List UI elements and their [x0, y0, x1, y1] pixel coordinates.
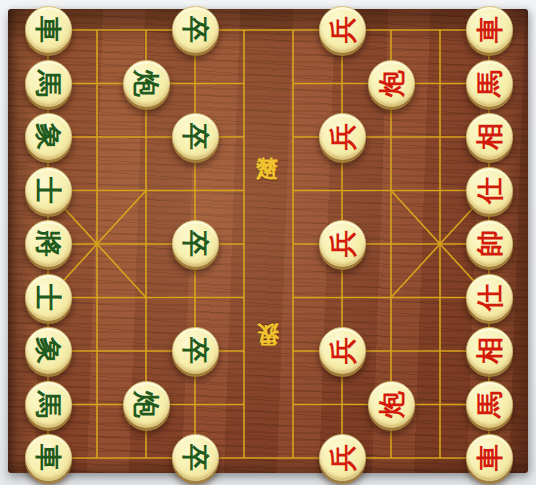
piece-glyph: 士 — [35, 177, 62, 204]
piece-glyph: 炮 — [378, 70, 405, 97]
piece-glyph: 卒 — [182, 230, 209, 257]
piece-red-soldier[interactable]: 兵 — [319, 434, 366, 481]
piece-red-horse[interactable]: 馬 — [466, 381, 513, 428]
piece-glyph: 卒 — [182, 444, 209, 471]
piece-red-soldier[interactable]: 兵 — [319, 327, 366, 374]
piece-black-chariot[interactable]: 車 — [25, 434, 72, 481]
piece-glyph: 兵 — [329, 16, 356, 43]
piece-red-elephant[interactable]: 相 — [466, 113, 513, 160]
piece-glyph: 馬 — [476, 70, 503, 97]
piece-black-soldier[interactable]: 卒 — [172, 327, 219, 374]
piece-glyph: 兵 — [329, 444, 356, 471]
piece-glyph: 車 — [35, 444, 62, 471]
piece-red-elephant[interactable]: 相 — [466, 327, 513, 374]
piece-glyph: 象 — [35, 123, 62, 150]
piece-glyph: 兵 — [329, 337, 356, 364]
piece-glyph: 馬 — [35, 391, 62, 418]
piece-black-soldier[interactable]: 卒 — [172, 220, 219, 267]
piece-red-soldier[interactable]: 兵 — [319, 113, 366, 160]
piece-red-cannon[interactable]: 炮 — [368, 60, 415, 107]
piece-glyph: 卒 — [182, 123, 209, 150]
piece-red-chariot[interactable]: 車 — [466, 434, 513, 481]
piece-black-general[interactable]: 將 — [25, 220, 72, 267]
piece-glyph: 相 — [476, 337, 503, 364]
piece-black-elephant[interactable]: 象 — [25, 327, 72, 374]
piece-glyph: 車 — [35, 16, 62, 43]
piece-glyph: 卒 — [182, 16, 209, 43]
piece-glyph: 車 — [476, 444, 503, 471]
pieces-layer: 車馬象士將士象馬車炮炮卒卒卒卒卒兵兵兵兵兵炮炮車馬相仕帥仕相馬車 — [24, 3, 514, 485]
piece-glyph: 相 — [476, 123, 503, 150]
piece-red-soldier[interactable]: 兵 — [319, 6, 366, 53]
piece-glyph: 車 — [476, 16, 503, 43]
piece-red-soldier[interactable]: 兵 — [319, 220, 366, 267]
piece-glyph: 卒 — [182, 337, 209, 364]
piece-red-general[interactable]: 帥 — [466, 220, 513, 267]
piece-glyph: 帥 — [476, 230, 503, 257]
piece-black-cannon[interactable]: 炮 — [123, 381, 170, 428]
piece-red-chariot[interactable]: 車 — [466, 6, 513, 53]
piece-glyph: 將 — [35, 230, 62, 257]
piece-glyph: 炮 — [133, 70, 160, 97]
piece-black-cannon[interactable]: 炮 — [123, 60, 170, 107]
piece-glyph: 士 — [35, 284, 62, 311]
piece-black-horse[interactable]: 馬 — [25, 381, 72, 428]
piece-red-advisor[interactable]: 仕 — [466, 167, 513, 214]
piece-black-elephant[interactable]: 象 — [25, 113, 72, 160]
page-background: 楚河 汉界 車馬象士將士象馬車炮炮卒卒卒卒卒兵兵兵兵兵炮炮車馬相仕帥仕相馬車 — [0, 0, 536, 485]
piece-glyph: 象 — [35, 337, 62, 364]
piece-black-soldier[interactable]: 卒 — [172, 113, 219, 160]
piece-glyph: 馬 — [35, 70, 62, 97]
piece-glyph: 仕 — [476, 177, 503, 204]
piece-black-soldier[interactable]: 卒 — [172, 434, 219, 481]
piece-glyph: 馬 — [476, 391, 503, 418]
piece-glyph: 炮 — [133, 391, 160, 418]
piece-glyph: 炮 — [378, 391, 405, 418]
piece-red-cannon[interactable]: 炮 — [368, 381, 415, 428]
piece-black-horse[interactable]: 馬 — [25, 60, 72, 107]
piece-glyph: 仕 — [476, 284, 503, 311]
piece-black-advisor[interactable]: 士 — [25, 167, 72, 214]
piece-red-advisor[interactable]: 仕 — [466, 274, 513, 321]
piece-red-horse[interactable]: 馬 — [466, 60, 513, 107]
piece-black-soldier[interactable]: 卒 — [172, 6, 219, 53]
piece-glyph: 兵 — [329, 123, 356, 150]
piece-black-chariot[interactable]: 車 — [25, 6, 72, 53]
piece-black-advisor[interactable]: 士 — [25, 274, 72, 321]
piece-glyph: 兵 — [329, 230, 356, 257]
